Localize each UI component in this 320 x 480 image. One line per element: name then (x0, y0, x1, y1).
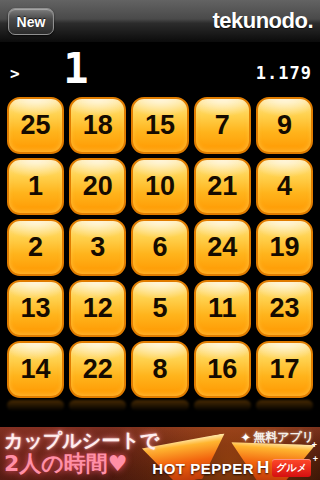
new-game-button[interactable]: New (8, 8, 54, 35)
cell-r2c2[interactable]: 20 (69, 158, 126, 215)
button-reflection (69, 400, 126, 411)
hotpepper-h-logo-icon: H (257, 458, 269, 478)
cell-r4c4[interactable]: 11 (194, 280, 251, 337)
number-grid: 25 18 15 7 9 1 20 10 21 4 2 3 6 24 19 13… (7, 97, 313, 398)
cell-r1c2[interactable]: 18 (69, 97, 126, 154)
cell-r2c5[interactable]: 4 (256, 158, 313, 215)
cell-r3c2[interactable]: 3 (69, 219, 126, 276)
cell-r5c1[interactable]: 14 (7, 341, 64, 398)
hotpepper-wordmark: HOT PEPPER (152, 460, 254, 477)
cell-r3c5[interactable]: 19 (256, 219, 313, 276)
cell-r4c5[interactable]: 23 (256, 280, 313, 337)
cell-r1c3[interactable]: 15 (131, 97, 188, 154)
cell-r5c3[interactable]: 8 (131, 341, 188, 398)
sparkle-plus-icon: + (312, 440, 317, 450)
cell-r2c1[interactable]: 1 (7, 158, 64, 215)
cell-r3c4[interactable]: 24 (194, 219, 251, 276)
title-bar: New tekunodo. (0, 0, 320, 42)
button-reflection (194, 400, 251, 411)
button-reflection (7, 400, 64, 411)
free-app-label: ✦ 無料アプリ (240, 429, 314, 446)
cell-r4c2[interactable]: 12 (69, 280, 126, 337)
cell-r2c4[interactable]: 21 (194, 158, 251, 215)
ad-headline-line2: 2人の時間♥ (4, 449, 128, 479)
cell-r2c3[interactable]: 10 (131, 158, 188, 215)
sparkle-plus-icon: + (313, 454, 318, 464)
cell-r3c1[interactable]: 2 (7, 219, 64, 276)
tekunodo-logo: tekunodo. (212, 8, 313, 34)
touch-the-numbers-app: New tekunodo. > 1 1.179 25 18 15 7 9 1 2… (0, 0, 320, 480)
cell-r5c4[interactable]: 16 (194, 341, 251, 398)
cell-r1c5[interactable]: 9 (256, 97, 313, 154)
cell-r3c3[interactable]: 6 (131, 219, 188, 276)
cell-r5c2[interactable]: 22 (69, 341, 126, 398)
next-number-prompt-icon: > (10, 64, 20, 83)
cell-r1c1[interactable]: 25 (7, 97, 64, 154)
current-target-number: 1 (54, 47, 98, 91)
free-app-text: 無料アプリ (253, 429, 314, 446)
button-reflection (131, 400, 188, 411)
hotpepper-brand: HOT PEPPER H グルメ (152, 458, 311, 478)
elapsed-timer: 1.179 (256, 63, 312, 83)
cell-r4c3[interactable]: 5 (131, 280, 188, 337)
sparkle-icon: ✦ (240, 430, 251, 445)
gourmet-badge: グルメ (272, 459, 311, 477)
grid-reflection (7, 400, 313, 411)
cell-r5c5[interactable]: 17 (256, 341, 313, 398)
button-reflection (256, 400, 313, 411)
cell-r1c4[interactable]: 7 (194, 97, 251, 154)
cell-r4c1[interactable]: 13 (7, 280, 64, 337)
ad-banner[interactable]: カップルシートで 2人の時間♥ ✦ 無料アプリ + + HOT PEPPER H… (0, 427, 320, 480)
